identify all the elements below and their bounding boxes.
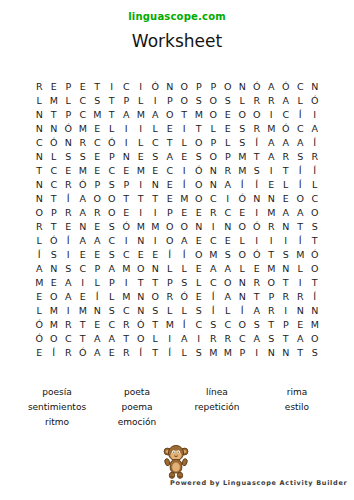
grid-cell: Ó: [177, 289, 192, 303]
grid-cell: L: [235, 93, 250, 107]
grid-cell: N: [206, 163, 221, 177]
grid-cell: R: [308, 149, 323, 163]
grid-cell: A: [293, 135, 308, 149]
grid-cell: S: [148, 149, 163, 163]
grid-cell: Ó: [47, 135, 62, 149]
grid-cell: R: [61, 317, 76, 331]
grid-cell: E: [221, 107, 236, 121]
grid-cell: E: [119, 205, 134, 219]
grid-cell: O: [206, 93, 221, 107]
grid-cell: O: [134, 331, 149, 345]
grid-cell: N: [279, 261, 294, 275]
grid-cell: Í: [235, 177, 250, 191]
word-list-item: rima: [257, 384, 337, 399]
grid-cell: T: [192, 121, 207, 135]
grid-cell: Í: [32, 247, 47, 261]
grid-cell: E: [90, 317, 105, 331]
grid-cell: R: [264, 93, 279, 107]
grid-cell: S: [76, 149, 91, 163]
grid-cell: O: [235, 247, 250, 261]
grid-cell: L: [134, 93, 149, 107]
grid-cell: L: [32, 303, 47, 317]
grid-cell: R: [119, 317, 134, 331]
grid-cell: O: [221, 79, 236, 93]
grid-cell: I: [134, 79, 149, 93]
grid-cell: E: [119, 163, 134, 177]
grid-cell: S: [221, 247, 236, 261]
grid-cell: N: [134, 303, 149, 317]
grid-cell: O: [250, 107, 265, 121]
grid-cell: M: [32, 275, 47, 289]
grid-cell: L: [192, 275, 207, 289]
site-link[interactable]: linguascope.com: [0, 11, 354, 22]
grid-cell: L: [32, 233, 47, 247]
grid-cell: P: [90, 261, 105, 275]
grid-cell: I: [148, 205, 163, 219]
grid-cell: O: [105, 205, 120, 219]
grid-cell: P: [206, 79, 221, 93]
grid-cell: T: [279, 163, 294, 177]
grid-cell: E: [163, 177, 178, 191]
grid-cell: S: [308, 219, 323, 233]
grid-cell: C: [61, 331, 76, 345]
grid-cell: P: [279, 317, 294, 331]
grid-cell: R: [264, 219, 279, 233]
grid-cell: S: [235, 121, 250, 135]
grid-cell: M: [192, 107, 207, 121]
grid-cell: T: [250, 289, 265, 303]
grid-cell: A: [221, 261, 236, 275]
grid-cell: S: [264, 331, 279, 345]
grid-cell: C: [105, 317, 120, 331]
grid-cell: M: [264, 205, 279, 219]
grid-cell: S: [308, 345, 323, 359]
page-title: Worksheet: [0, 31, 354, 51]
grid-cell: I: [76, 275, 91, 289]
grid-cell: E: [61, 219, 76, 233]
grid-cell: N: [250, 191, 265, 205]
grid-cell: O: [105, 191, 120, 205]
grid-cell: Í: [206, 289, 221, 303]
grid-cell: S: [279, 247, 294, 261]
word-list-item: repetición: [177, 399, 257, 414]
grid-cell: T: [47, 191, 62, 205]
grid-cell: A: [76, 233, 91, 247]
grid-cell: Í: [293, 107, 308, 121]
grid-cell: A: [279, 205, 294, 219]
grid-cell: E: [76, 289, 91, 303]
grid-cell: O: [206, 107, 221, 121]
grid-cell: I: [119, 121, 134, 135]
grid-cell: L: [148, 121, 163, 135]
grid-cell: I: [119, 135, 134, 149]
grid-cell: L: [148, 331, 163, 345]
grid-cell: L: [90, 275, 105, 289]
grid-cell: O: [90, 191, 105, 205]
grid-cell: A: [32, 261, 47, 275]
grid-cell: C: [293, 121, 308, 135]
grid-cell: C: [32, 135, 47, 149]
grid-cell: L: [308, 177, 323, 191]
grid-cell: I: [61, 303, 76, 317]
grid-cell: N: [134, 289, 149, 303]
grid-cell: Í: [293, 177, 308, 191]
grid-cell: M: [163, 317, 178, 331]
grid-cell: C: [76, 107, 91, 121]
grid-cell: R: [264, 303, 279, 317]
grid-cell: C: [105, 233, 120, 247]
grid-cell: N: [235, 79, 250, 93]
grid-cell: N: [32, 121, 47, 135]
word-list-item: emoción: [97, 414, 177, 429]
grid-cell: A: [221, 177, 236, 191]
grid-cell: I: [206, 219, 221, 233]
grid-cell: T: [90, 79, 105, 93]
grid-cell: R: [206, 331, 221, 345]
grid-cell: N: [235, 289, 250, 303]
grid-cell: S: [105, 219, 120, 233]
grid-cell: L: [163, 303, 178, 317]
grid-cell: A: [90, 345, 105, 359]
grid-cell: T: [105, 107, 120, 121]
grid-cell: E: [90, 247, 105, 261]
grid-cell: T: [264, 317, 279, 331]
grid-cell: A: [206, 261, 221, 275]
grid-cell: T: [250, 149, 265, 163]
grid-cell: C: [235, 331, 250, 345]
grid-cell: A: [293, 331, 308, 345]
word-list-item: poesía: [17, 384, 97, 399]
grid-cell: M: [308, 317, 323, 331]
grid-cell: N: [235, 275, 250, 289]
grid-cell: C: [163, 163, 178, 177]
grid-cell: Í: [177, 247, 192, 261]
grid-cell: T: [293, 219, 308, 233]
grid-cell: Ó: [76, 345, 91, 359]
grid-cell: T: [148, 275, 163, 289]
grid-cell: I: [134, 121, 149, 135]
grid-cell: A: [105, 331, 120, 345]
grid-cell: O: [192, 177, 207, 191]
grid-cell: O: [32, 205, 47, 219]
grid-cell: A: [279, 93, 294, 107]
word-list-item: estilo: [257, 399, 337, 414]
grid-cell: M: [293, 247, 308, 261]
grid-cell: Í: [308, 289, 323, 303]
grid-cell: O: [177, 93, 192, 107]
grid-cell: M: [119, 261, 134, 275]
grid-cell: N: [32, 107, 47, 121]
grid-cell: S: [105, 247, 120, 261]
grid-cell: Í: [206, 303, 221, 317]
grid-cell: L: [47, 149, 62, 163]
grid-cell: C: [119, 79, 134, 93]
grid-cell: Í: [235, 303, 250, 317]
grid-cell: Ó: [192, 163, 207, 177]
grid-cell: A: [148, 107, 163, 121]
grid-cell: Ó: [76, 177, 91, 191]
grid-cell: P: [119, 177, 134, 191]
grid-cell: T: [148, 345, 163, 359]
grid-cell: A: [76, 205, 91, 219]
grid-cell: S: [250, 317, 265, 331]
grid-cell: Í: [90, 289, 105, 303]
grid-cell: R: [250, 121, 265, 135]
grid-cell: N: [308, 79, 323, 93]
grid-cell: N: [76, 219, 91, 233]
grid-cell: O: [177, 219, 192, 233]
grid-cell: Í: [308, 135, 323, 149]
grid-cell: Í: [250, 177, 265, 191]
grid-cell: E: [76, 79, 91, 93]
grid-cell: I: [264, 163, 279, 177]
grid-cell: P: [206, 135, 221, 149]
grid-cell: T: [76, 317, 91, 331]
grid-cell: N: [163, 79, 178, 93]
grid-cell: E: [32, 345, 47, 359]
word-list-empty-cell: [257, 414, 337, 429]
grid-cell: A: [250, 331, 265, 345]
grid-cell: E: [192, 233, 207, 247]
grid-cell: I: [264, 233, 279, 247]
grid-cell: C: [206, 275, 221, 289]
grid-cell: T: [264, 247, 279, 261]
grid-cell: O: [163, 107, 178, 121]
grid-cell: E: [90, 219, 105, 233]
grid-cell: N: [279, 219, 294, 233]
grid-cell: C: [47, 177, 62, 191]
grid-cell: A: [119, 107, 134, 121]
grid-cell: A: [250, 303, 265, 317]
grid-cell: L: [235, 233, 250, 247]
grid-cell: Ó: [250, 247, 265, 261]
grid-cell: S: [105, 303, 120, 317]
grid-cell: O: [308, 261, 323, 275]
grid-cell: O: [235, 107, 250, 121]
grid-cell: A: [264, 79, 279, 93]
grid-cell: T: [279, 331, 294, 345]
grid-cell: N: [279, 345, 294, 359]
grid-cell: C: [279, 107, 294, 121]
grid-cell: C: [76, 93, 91, 107]
grid-cell: Í: [163, 345, 178, 359]
grid-cell: E: [76, 247, 91, 261]
grid-cell: P: [221, 149, 236, 163]
grid-cell: A: [177, 331, 192, 345]
grid-cell: L: [32, 93, 47, 107]
grid-cell: M: [206, 345, 221, 359]
grid-cell: L: [206, 121, 221, 135]
grid-cell: R: [293, 289, 308, 303]
word-list-empty-cell: [177, 414, 257, 429]
grid-cell: R: [279, 149, 294, 163]
grid-cell: R: [206, 205, 221, 219]
grid-cell: E: [192, 205, 207, 219]
grid-cell: E: [90, 149, 105, 163]
grid-cell: N: [119, 149, 134, 163]
grid-cell: S: [192, 303, 207, 317]
grid-cell: N: [134, 233, 149, 247]
grid-cell: E: [163, 121, 178, 135]
grid-cell: R: [119, 345, 134, 359]
grid-cell: I: [177, 163, 192, 177]
grid-cell: R: [221, 163, 236, 177]
grid-cell: E: [90, 163, 105, 177]
grid-cell: A: [163, 149, 178, 163]
grid-cell: E: [148, 247, 163, 261]
grid-cell: L: [279, 177, 294, 191]
grid-cell: M: [90, 107, 105, 121]
grid-cell: C: [221, 317, 236, 331]
grid-cell: N: [61, 135, 76, 149]
grid-cell: A: [293, 205, 308, 219]
grid-cell: P: [163, 93, 178, 107]
grid-cell: E: [47, 79, 62, 93]
grid-cell: Ó: [134, 317, 149, 331]
grid-cell: R: [221, 331, 236, 345]
grid-cell: R: [76, 135, 91, 149]
grid-cell: S: [250, 163, 265, 177]
wordsearch-grid: REPETICIÓNOPPONÓAÓCNLMLCSTPLIPOSOSLRRALÓ…: [32, 79, 322, 359]
grid-cell: M: [76, 163, 91, 177]
grid-cell: E: [279, 191, 294, 205]
grid-cell: M: [47, 93, 62, 107]
grid-cell: O: [192, 191, 207, 205]
grid-cell: N: [221, 219, 236, 233]
grid-cell: Í: [47, 345, 62, 359]
grid-cell: Í: [308, 163, 323, 177]
grid-cell: R: [61, 205, 76, 219]
grid-cell: T: [32, 163, 47, 177]
grid-cell: L: [177, 135, 192, 149]
grid-cell: E: [293, 317, 308, 331]
grid-cell: C: [119, 247, 134, 261]
grid-cell: C: [293, 79, 308, 93]
grid-cell: I: [279, 303, 294, 317]
grid-cell: N: [293, 303, 308, 317]
grid-cell: Ó: [119, 219, 134, 233]
grid-cell: P: [105, 275, 120, 289]
grid-cell: N: [192, 219, 207, 233]
grid-cell: T: [279, 275, 294, 289]
grid-cell: T: [134, 275, 149, 289]
grid-cell: I: [105, 79, 120, 93]
grid-cell: I: [134, 205, 149, 219]
grid-cell: P: [119, 93, 134, 107]
grid-cell: N: [32, 191, 47, 205]
grid-cell: Ó: [105, 135, 120, 149]
grid-cell: M: [221, 345, 236, 359]
powered-by-text: Powered by Linguascope Activity Builder: [170, 479, 312, 487]
grid-cell: T: [47, 107, 62, 121]
grid-cell: M: [76, 121, 91, 135]
grid-cell: C: [47, 163, 62, 177]
grid-cell: L: [163, 261, 178, 275]
grid-cell: T: [308, 233, 323, 247]
grid-cell: I: [177, 121, 192, 135]
grid-cell: I: [279, 233, 294, 247]
grid-cell: Ó: [32, 331, 47, 345]
grid-cell: E: [264, 177, 279, 191]
word-list-item: sentimientos: [17, 399, 97, 414]
grid-cell: Ó: [148, 79, 163, 93]
grid-cell: A: [177, 233, 192, 247]
grid-cell: E: [148, 163, 163, 177]
grid-cell: A: [221, 289, 236, 303]
grid-cell: O: [177, 79, 192, 93]
grid-cell: O: [308, 205, 323, 219]
grid-cell: Í: [293, 163, 308, 177]
grid-cell: E: [47, 275, 62, 289]
grid-cell: C: [76, 261, 91, 275]
grid-cell: O: [293, 191, 308, 205]
grid-cell: L: [221, 303, 236, 317]
grid-cell: C: [90, 135, 105, 149]
grid-cell: R: [250, 275, 265, 289]
grid-cell: P: [163, 205, 178, 219]
grid-cell: S: [47, 247, 62, 261]
grid-cell: O: [308, 331, 323, 345]
grid-cell: P: [90, 177, 105, 191]
grid-cell: S: [61, 261, 76, 275]
grid-cell: E: [134, 149, 149, 163]
grid-cell: Í: [163, 247, 178, 261]
grid-cell: Ó: [32, 317, 47, 331]
grid-cell: C: [206, 233, 221, 247]
grid-cell: I: [134, 177, 149, 191]
grid-cell: T: [76, 331, 91, 345]
grid-cell: N: [206, 177, 221, 191]
grid-cell: A: [76, 191, 91, 205]
grid-cell: A: [279, 135, 294, 149]
grid-cell: M: [47, 317, 62, 331]
grid-cell: P: [192, 79, 207, 93]
grid-cell: L: [105, 121, 120, 135]
grid-cell: R: [61, 177, 76, 191]
grid-cell: P: [47, 205, 62, 219]
grid-cell: O: [206, 149, 221, 163]
grid-cell: E: [61, 163, 76, 177]
grid-cell: C: [308, 191, 323, 205]
grid-cell: Ó: [279, 121, 294, 135]
word-list-item: línea: [177, 384, 257, 399]
grid-cell: E: [192, 289, 207, 303]
monkey-mascot-icon: [161, 443, 191, 479]
grid-cell: Ó: [250, 79, 265, 93]
grid-cell: M: [264, 261, 279, 275]
grid-cell: E: [177, 205, 192, 219]
grid-cell: C: [221, 205, 236, 219]
grid-cell: I: [61, 247, 76, 261]
grid-cell: T: [148, 191, 163, 205]
grid-cell: I: [221, 191, 236, 205]
grid-cell: Í: [61, 191, 76, 205]
grid-cell: P: [163, 275, 178, 289]
grid-cell: M: [134, 107, 149, 121]
grid-cell: R: [32, 219, 47, 233]
grid-cell: N: [308, 303, 323, 317]
grid-cell: S: [206, 317, 221, 331]
grid-cell: R: [90, 205, 105, 219]
grid-cell: I: [148, 93, 163, 107]
grid-cell: A: [264, 135, 279, 149]
grid-cell: O: [163, 219, 178, 233]
grid-cell: N: [32, 149, 47, 163]
grid-cell: C: [148, 135, 163, 149]
grid-cell: Í: [61, 233, 76, 247]
grid-cell: O: [235, 219, 250, 233]
grid-cell: L: [235, 261, 250, 275]
